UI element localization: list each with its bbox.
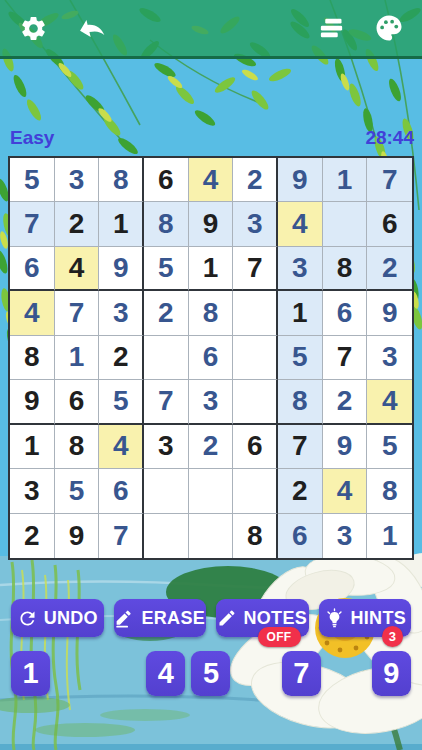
cell-r8c6[interactable] bbox=[233, 469, 278, 513]
cell-r1c3[interactable]: 8 bbox=[99, 158, 144, 202]
menu-button[interactable] bbox=[314, 11, 348, 45]
cell-r1c1[interactable]: 5 bbox=[10, 158, 55, 202]
cell-r5c7[interactable]: 5 bbox=[278, 336, 323, 380]
cell-r1c2[interactable]: 3 bbox=[55, 158, 100, 202]
cell-r3c9[interactable]: 2 bbox=[367, 247, 412, 291]
cell-r1c7[interactable]: 9 bbox=[278, 158, 323, 202]
numpad-slot-4: 4 bbox=[143, 651, 188, 697]
cell-r7c3[interactable]: 4 bbox=[99, 425, 144, 469]
cell-r7c7[interactable]: 7 bbox=[278, 425, 323, 469]
cell-r7c9[interactable]: 5 bbox=[367, 425, 412, 469]
cell-r8c3[interactable]: 6 bbox=[99, 469, 144, 513]
undo-label: UNDO bbox=[44, 608, 98, 629]
cell-r8c7[interactable]: 2 bbox=[278, 469, 323, 513]
cell-r5c8[interactable]: 7 bbox=[323, 336, 368, 380]
cell-r8c5[interactable] bbox=[189, 469, 234, 513]
cell-r4c2[interactable]: 7 bbox=[55, 291, 100, 335]
back-button[interactable] bbox=[74, 11, 108, 45]
cell-r9c6[interactable]: 8 bbox=[233, 514, 278, 558]
cell-r6c5[interactable]: 3 bbox=[189, 380, 234, 424]
cell-r6c6[interactable] bbox=[233, 380, 278, 424]
topbar-left-group bbox=[16, 11, 108, 45]
numpad-slot-8 bbox=[324, 651, 369, 697]
status-row: Easy 28:44 bbox=[10, 127, 414, 149]
numpad-slot-9: 9 bbox=[369, 651, 414, 697]
cell-r2c7[interactable]: 4 bbox=[278, 202, 323, 246]
cell-r4c7[interactable]: 1 bbox=[278, 291, 323, 335]
cell-r5c1[interactable]: 8 bbox=[10, 336, 55, 380]
erase-label: ERASE bbox=[141, 608, 205, 629]
cell-r9c8[interactable]: 3 bbox=[323, 514, 368, 558]
notes-label: NOTES bbox=[243, 608, 307, 629]
cell-r7c2[interactable]: 8 bbox=[55, 425, 100, 469]
cell-r3c5[interactable]: 1 bbox=[189, 247, 234, 291]
settings-button[interactable] bbox=[16, 11, 50, 45]
cell-r6c8[interactable]: 2 bbox=[323, 380, 368, 424]
cell-r7c6[interactable]: 6 bbox=[233, 425, 278, 469]
cell-r9c3[interactable]: 7 bbox=[99, 514, 144, 558]
numkey-4[interactable]: 4 bbox=[146, 651, 185, 696]
palette-icon bbox=[374, 13, 404, 43]
cell-r3c7[interactable]: 3 bbox=[278, 247, 323, 291]
erase-icon bbox=[114, 608, 135, 629]
timer: 28:44 bbox=[365, 127, 414, 149]
cell-r6c7[interactable]: 8 bbox=[278, 380, 323, 424]
theme-button[interactable] bbox=[372, 11, 406, 45]
difficulty-label: Easy bbox=[10, 127, 54, 149]
cell-r1c8[interactable]: 1 bbox=[323, 158, 368, 202]
cell-r3c2[interactable]: 4 bbox=[55, 247, 100, 291]
numpad-slot-7: 7 bbox=[279, 651, 324, 697]
cell-r1c9[interactable]: 7 bbox=[367, 158, 412, 202]
numpad-slot-3 bbox=[98, 651, 143, 697]
numpad-slot-6 bbox=[234, 651, 279, 697]
cell-r5c5[interactable]: 6 bbox=[189, 336, 234, 380]
cell-r9c1[interactable]: 2 bbox=[10, 514, 55, 558]
cell-r8c1[interactable]: 3 bbox=[10, 469, 55, 513]
cell-r7c1[interactable]: 1 bbox=[10, 425, 55, 469]
cell-r5c9[interactable]: 3 bbox=[367, 336, 412, 380]
hints-count-badge: 3 bbox=[382, 626, 403, 647]
cell-r4c9[interactable]: 9 bbox=[367, 291, 412, 335]
cell-r8c2[interactable]: 5 bbox=[55, 469, 100, 513]
undo-button[interactable]: UNDO bbox=[11, 599, 104, 637]
sudoku-board: 5386429177218934664951738247328169812657… bbox=[8, 156, 414, 560]
cell-r3c1[interactable]: 6 bbox=[10, 247, 55, 291]
menu-lines-icon bbox=[315, 13, 348, 43]
numkey-9[interactable]: 9 bbox=[372, 651, 411, 696]
cell-r9c5[interactable] bbox=[189, 514, 234, 558]
cell-r8c9[interactable]: 8 bbox=[367, 469, 412, 513]
sudoku-app: Easy 28:44 53864291772189346649517382473… bbox=[0, 0, 422, 750]
hints-icon bbox=[324, 608, 345, 629]
notes-off-badge: OFF bbox=[258, 627, 301, 647]
cell-r1c4[interactable]: 6 bbox=[144, 158, 189, 202]
cell-r8c8[interactable]: 4 bbox=[323, 469, 368, 513]
cell-r5c4[interactable] bbox=[144, 336, 189, 380]
cell-r2c2[interactable]: 2 bbox=[55, 202, 100, 246]
cell-r7c8[interactable]: 9 bbox=[323, 425, 368, 469]
cell-r2c8[interactable] bbox=[323, 202, 368, 246]
cell-r2c3[interactable]: 1 bbox=[99, 202, 144, 246]
cell-r9c4[interactable] bbox=[144, 514, 189, 558]
back-arrow-icon bbox=[76, 13, 106, 43]
hints-button[interactable]: HINTS 3 bbox=[319, 599, 412, 637]
cell-r6c1[interactable]: 9 bbox=[10, 380, 55, 424]
cell-r4c8[interactable]: 6 bbox=[323, 291, 368, 335]
hints-label: HINTS bbox=[351, 608, 407, 629]
cell-r4c4[interactable]: 2 bbox=[144, 291, 189, 335]
cell-r5c6[interactable] bbox=[233, 336, 278, 380]
numpad-slot-1: 1 bbox=[8, 651, 53, 697]
cell-r8c4[interactable] bbox=[144, 469, 189, 513]
gear-icon bbox=[19, 14, 48, 43]
notes-icon bbox=[217, 608, 237, 628]
cell-r6c9[interactable]: 4 bbox=[367, 380, 412, 424]
cell-r2c1[interactable]: 7 bbox=[10, 202, 55, 246]
cell-r3c8[interactable]: 8 bbox=[323, 247, 368, 291]
cell-r6c3[interactable]: 5 bbox=[99, 380, 144, 424]
numkey-5[interactable]: 5 bbox=[191, 651, 230, 696]
cell-r6c2[interactable]: 6 bbox=[55, 380, 100, 424]
cell-r5c3[interactable]: 2 bbox=[99, 336, 144, 380]
numkey-7[interactable]: 7 bbox=[282, 651, 321, 696]
topbar bbox=[0, 0, 422, 59]
cell-r7c5[interactable]: 2 bbox=[189, 425, 234, 469]
cell-r7c4[interactable]: 3 bbox=[144, 425, 189, 469]
notes-button[interactable]: NOTES OFF bbox=[216, 599, 309, 637]
cell-r9c2[interactable]: 9 bbox=[55, 514, 100, 558]
cell-r3c6[interactable]: 7 bbox=[233, 247, 278, 291]
numpad-slot-2 bbox=[53, 651, 98, 697]
number-pad: 14579 bbox=[8, 651, 414, 697]
cell-r3c4[interactable]: 5 bbox=[144, 247, 189, 291]
erase-button[interactable]: ERASE bbox=[114, 599, 207, 637]
cell-r4c6[interactable] bbox=[233, 291, 278, 335]
cell-r1c5[interactable]: 4 bbox=[189, 158, 234, 202]
cell-r5c2[interactable]: 1 bbox=[55, 336, 100, 380]
cell-r2c6[interactable]: 3 bbox=[233, 202, 278, 246]
cell-r2c9[interactable]: 6 bbox=[367, 202, 412, 246]
numpad-slot-5: 5 bbox=[188, 651, 233, 697]
action-bar: UNDO ERASE NOTES OFF HINTS 3 bbox=[11, 599, 411, 637]
cell-r2c4[interactable]: 8 bbox=[144, 202, 189, 246]
cell-r4c5[interactable]: 8 bbox=[189, 291, 234, 335]
cell-r6c4[interactable]: 7 bbox=[144, 380, 189, 424]
cell-r9c9[interactable]: 1 bbox=[367, 514, 412, 558]
numkey-1[interactable]: 1 bbox=[11, 651, 50, 696]
cell-r4c3[interactable]: 3 bbox=[99, 291, 144, 335]
cell-r3c3[interactable]: 9 bbox=[99, 247, 144, 291]
undo-icon bbox=[17, 608, 38, 629]
topbar-right-group bbox=[314, 11, 406, 45]
cell-r9c7[interactable]: 6 bbox=[278, 514, 323, 558]
cell-r4c1[interactable]: 4 bbox=[10, 291, 55, 335]
cell-r1c6[interactable]: 2 bbox=[233, 158, 278, 202]
cell-r2c5[interactable]: 9 bbox=[189, 202, 234, 246]
